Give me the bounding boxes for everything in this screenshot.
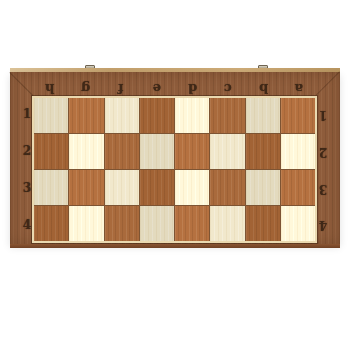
square-e4[interactable] (140, 206, 174, 241)
board-grid (34, 98, 315, 241)
square-h2[interactable] (34, 134, 68, 169)
chessboard-folded: h g f e d c b a 1 2 3 4 1 2 3 4 (10, 65, 340, 248)
square-g2[interactable] (69, 134, 103, 169)
square-g1[interactable] (69, 98, 103, 133)
square-f2[interactable] (105, 134, 139, 169)
square-e1[interactable] (140, 98, 174, 133)
square-d3[interactable] (175, 170, 209, 205)
playing-area (32, 96, 317, 243)
square-g3[interactable] (69, 170, 103, 205)
rank-label-2: 2 (16, 133, 38, 170)
square-a3[interactable] (281, 170, 315, 205)
file-label-h: h (32, 78, 68, 98)
square-c3[interactable] (210, 170, 244, 205)
square-c2[interactable] (210, 134, 244, 169)
square-d2[interactable] (175, 134, 209, 169)
square-c4[interactable] (210, 206, 244, 241)
board-frame: h g f e d c b a 1 2 3 4 1 2 3 4 (10, 72, 340, 244)
square-a2[interactable] (281, 134, 315, 169)
rank-label-1: 1 (312, 96, 334, 133)
square-a4[interactable] (281, 206, 315, 241)
file-label-b: b (246, 78, 282, 98)
square-d1[interactable] (175, 98, 209, 133)
file-label-f: f (103, 78, 139, 98)
file-label-c: c (210, 78, 246, 98)
rank-label-1: 1 (16, 96, 38, 133)
square-h3[interactable] (34, 170, 68, 205)
square-d4[interactable] (175, 206, 209, 241)
file-label-g: g (68, 78, 104, 98)
photo-background: h g f e d c b a 1 2 3 4 1 2 3 4 (0, 0, 350, 350)
file-labels: h g f e d c b a (32, 78, 317, 98)
square-f3[interactable] (105, 170, 139, 205)
board-fold-edge (10, 244, 340, 248)
rank-label-4: 4 (312, 206, 334, 243)
rank-label-2: 2 (312, 133, 334, 170)
square-b2[interactable] (246, 134, 280, 169)
square-e2[interactable] (140, 134, 174, 169)
square-e3[interactable] (140, 170, 174, 205)
file-label-e: e (139, 78, 175, 98)
file-label-a: a (281, 78, 317, 98)
square-b4[interactable] (246, 206, 280, 241)
square-b3[interactable] (246, 170, 280, 205)
square-f1[interactable] (105, 98, 139, 133)
square-a1[interactable] (281, 98, 315, 133)
square-h1[interactable] (34, 98, 68, 133)
rank-labels-left: 1 2 3 4 (16, 96, 38, 243)
square-h4[interactable] (34, 206, 68, 241)
square-f4[interactable] (105, 206, 139, 241)
square-c1[interactable] (210, 98, 244, 133)
rank-labels-right: 1 2 3 4 (312, 96, 334, 243)
square-g4[interactable] (69, 206, 103, 241)
square-b1[interactable] (246, 98, 280, 133)
rank-label-3: 3 (312, 170, 334, 207)
rank-label-4: 4 (16, 206, 38, 243)
file-label-d: d (175, 78, 211, 98)
rank-label-3: 3 (16, 170, 38, 207)
